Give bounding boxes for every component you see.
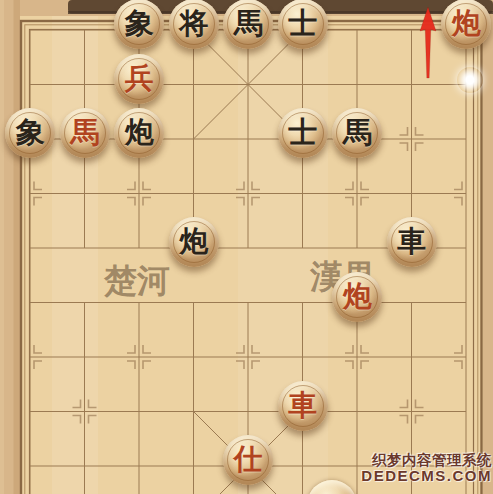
piece-ring [282,3,324,45]
piece-ring [282,385,324,427]
piece-glyph: 車 [278,381,328,431]
piece-glyph: 馬 [223,0,273,49]
piece-black-c4r1[interactable]: 将 [169,0,219,49]
piece-glyph: 炮 [441,0,491,49]
piece-black-c5r1[interactable]: 馬 [223,0,273,49]
piece-ring [336,112,378,154]
piece-glyph: 馬 [60,108,110,158]
piece-ring [227,439,269,481]
piece-red-c7r6[interactable]: 炮 [332,272,382,322]
piece-black-c6r3[interactable]: 士 [278,108,328,158]
piece-red-c9r1[interactable]: 炮 [441,0,491,49]
piece-ring [282,112,324,154]
xiangqi-board: 楚河 漢界 象将馬士炮兵象馬炮士馬炮車炮車仕 织梦内容管理系统 DEDECMS.… [0,0,493,494]
piece-glyph: 仕 [223,435,273,485]
piece-glyph: 士 [278,0,328,49]
piece-black-c7r3[interactable]: 馬 [332,108,382,158]
piece-ring [118,58,160,100]
piece-ring [64,112,106,154]
piece-glyph: 士 [278,108,328,158]
pieces-grid[interactable]: 象将馬士炮兵象馬炮士馬炮車炮車仕 [3,3,493,494]
piece-ring [173,3,215,45]
piece-ring [391,221,433,263]
piece-glyph: 炮 [114,108,164,158]
piece-glyph: 将 [169,0,219,49]
piece-red-c2r3[interactable]: 馬 [60,108,110,158]
piece-glyph: 炮 [332,272,382,322]
piece-black-c8r5[interactable]: 車 [387,217,437,267]
piece-glyph: 兵 [114,54,164,104]
piece-ring [173,221,215,263]
piece-ring [227,3,269,45]
piece-black-c1r3[interactable]: 象 [5,108,55,158]
piece-ring [118,3,160,45]
piece-ring [445,3,487,45]
piece-red-c6r8[interactable]: 車 [278,381,328,431]
piece-ring [336,276,378,318]
piece-glyph: 象 [114,0,164,49]
piece-black-c3r1[interactable]: 象 [114,0,164,49]
piece-red-c5r9[interactable]: 仕 [223,435,273,485]
piece-glyph: 車 [387,217,437,267]
piece-ring [9,112,51,154]
piece-glyph: 象 [5,108,55,158]
piece-black-c3r3[interactable]: 炮 [114,108,164,158]
piece-red-c3r2[interactable]: 兵 [114,54,164,104]
piece-black-c6r1[interactable]: 士 [278,0,328,49]
piece-ring [118,112,160,154]
piece-black-c4r5[interactable]: 炮 [169,217,219,267]
piece-glyph: 炮 [169,217,219,267]
piece-glyph: 馬 [332,108,382,158]
